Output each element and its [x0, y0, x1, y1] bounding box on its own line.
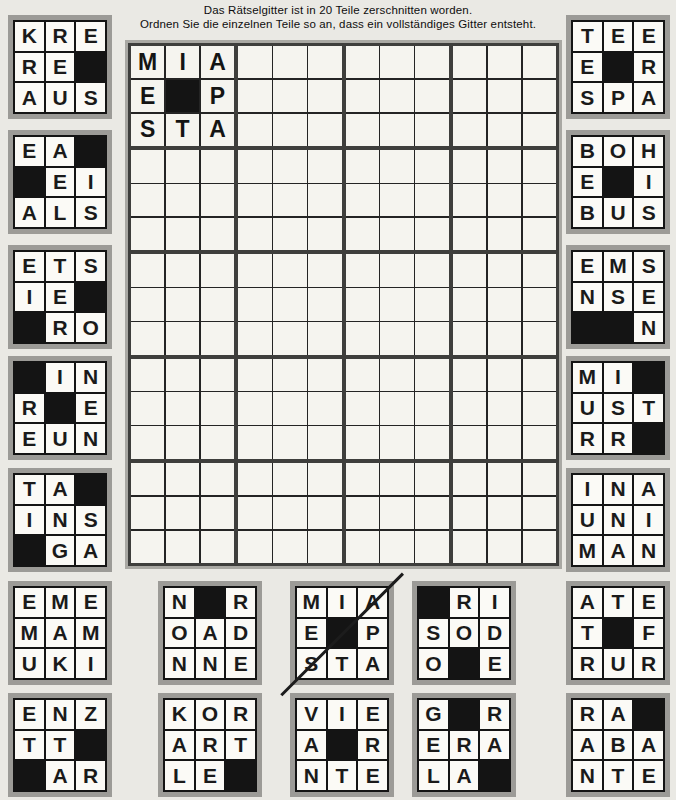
- grid-cell: [488, 497, 521, 529]
- grid-cell: [166, 150, 199, 182]
- black-cell: [226, 761, 255, 790]
- letter-cell: A: [46, 761, 75, 790]
- black-cell: [604, 313, 633, 342]
- letter-cell: A: [634, 731, 663, 760]
- grid-cell: A: [201, 46, 234, 78]
- grid-cell: [201, 184, 234, 216]
- grid-slot-r4c1[interactable]: [130, 358, 235, 460]
- grid-slot-r2c1[interactable]: [130, 149, 235, 251]
- black-cell: [328, 619, 357, 648]
- letter-cell: N: [297, 761, 326, 790]
- grid-cell: [308, 254, 341, 286]
- grid-cell: T: [166, 114, 199, 146]
- piece-grid: MIAEPSTA: [295, 586, 389, 680]
- letter-cell: M: [297, 588, 326, 617]
- letter-cell: E: [358, 761, 387, 790]
- letter-cell: O: [419, 649, 448, 678]
- piece-bottom1-2[interactable]: NROADNNE: [158, 581, 262, 685]
- grid-slot-r4c2[interactable]: [237, 358, 342, 460]
- letter-cell: U: [604, 649, 633, 678]
- grid-cell: [380, 531, 413, 563]
- letter-cell: E: [15, 588, 44, 617]
- grid-cell: [238, 497, 271, 529]
- grid-cell: [346, 114, 379, 146]
- letter-cell: A: [634, 475, 663, 504]
- grid-cell: [453, 184, 486, 216]
- grid-cell: [308, 114, 341, 146]
- grid-cell: [488, 80, 521, 112]
- letter-cell: O: [450, 619, 479, 648]
- grid-slot-r2c2[interactable]: [237, 149, 342, 251]
- grid-cell: [453, 392, 486, 424]
- grid-cell: [453, 218, 486, 250]
- letter-cell: I: [15, 506, 44, 535]
- grid-cell: [488, 184, 521, 216]
- letter-cell: M: [573, 536, 602, 565]
- letter-cell: S: [419, 619, 448, 648]
- grid-cell: [238, 463, 271, 495]
- letter-cell: E: [15, 137, 44, 166]
- piece-grid: GRERALA: [417, 698, 511, 792]
- piece-grid: TAINSGA: [13, 473, 107, 567]
- grid-cell: [346, 254, 379, 286]
- letter-cell: S: [76, 506, 105, 535]
- letter-cell: E: [46, 53, 75, 82]
- grid-cell: [523, 497, 556, 529]
- grid-cell: [201, 150, 234, 182]
- grid-cell: [131, 463, 164, 495]
- grid-cell: [380, 497, 413, 529]
- letter-cell: D: [480, 619, 509, 648]
- letter-cell: S: [297, 649, 326, 678]
- letter-cell: A: [358, 649, 387, 678]
- black-cell: [573, 313, 602, 342]
- grid-cell: I: [166, 46, 199, 78]
- grid-cell: [166, 218, 199, 250]
- grid-cell: [308, 150, 341, 182]
- letter-cell: M: [76, 619, 105, 648]
- letter-cell: E: [634, 22, 663, 51]
- letter-cell: S: [76, 252, 105, 281]
- grid-cell: [238, 218, 271, 250]
- piece-left-4[interactable]: INREEUN: [8, 356, 112, 460]
- grid-cell: [453, 46, 486, 78]
- letter-cell: N: [165, 588, 194, 617]
- black-cell: [634, 363, 663, 392]
- grid-cell: [273, 426, 306, 458]
- piece-bottom1-4[interactable]: RISODOE: [412, 581, 516, 685]
- letter-cell: S: [76, 198, 105, 227]
- grid-cell: [453, 426, 486, 458]
- letter-cell: A: [297, 731, 326, 760]
- grid-cell: [238, 426, 271, 458]
- grid-cell: [238, 80, 271, 112]
- grid-cell: [308, 531, 341, 563]
- grid-cell: [131, 322, 164, 354]
- letter-cell: R: [76, 761, 105, 790]
- piece-grid: EMEMAMUKI: [13, 586, 107, 680]
- grid-cell: [415, 46, 448, 78]
- letter-cell: E: [226, 649, 255, 678]
- piece-bottom1-1[interactable]: EMEMAMUKI: [8, 581, 112, 685]
- letter-cell: I: [328, 588, 357, 617]
- piece-right-5[interactable]: INAUNIMAN: [566, 468, 670, 572]
- grid-cell: E: [131, 80, 164, 112]
- grid-cell: [488, 150, 521, 182]
- black-cell: [76, 53, 105, 82]
- grid-cell: [273, 218, 306, 250]
- grid-slot-r1c3[interactable]: [345, 45, 450, 147]
- letter-cell: E: [419, 731, 448, 760]
- letter-cell: T: [15, 731, 44, 760]
- grid-cell: [201, 463, 234, 495]
- piece-left-5[interactable]: TAINSGA: [8, 468, 112, 572]
- letter-cell: T: [226, 731, 255, 760]
- grid-cell: [523, 463, 556, 495]
- letter-cell: L: [165, 761, 194, 790]
- letter-cell: B: [573, 198, 602, 227]
- grid-cell: [273, 463, 306, 495]
- letter-cell: S: [634, 198, 663, 227]
- letter-cell: O: [604, 137, 633, 166]
- piece-right-1[interactable]: TEEERSPA: [566, 15, 670, 119]
- grid-cell: [488, 463, 521, 495]
- grid-slot-r3c4[interactable]: [452, 253, 557, 355]
- grid-cell: [166, 80, 199, 112]
- letter-cell: R: [573, 424, 602, 453]
- grid-cell: [380, 218, 413, 250]
- grid-cell: [166, 463, 199, 495]
- grid-cell: [273, 184, 306, 216]
- letter-cell: K: [165, 700, 194, 729]
- letter-cell: U: [573, 394, 602, 423]
- letter-cell: E: [573, 53, 602, 82]
- piece-bottom1-3-crossed-out[interactable]: MIAEPSTA: [290, 581, 394, 685]
- grid-cell: [166, 254, 199, 286]
- piece-right-3[interactable]: EMSNSEN: [566, 245, 670, 349]
- piece-grid: EAEIALS: [13, 135, 107, 229]
- letter-cell: T: [604, 588, 633, 617]
- grid-cell: [415, 80, 448, 112]
- grid-slot-r2c4[interactable]: [452, 149, 557, 251]
- grid-cell: [415, 184, 448, 216]
- letter-cell: A: [46, 137, 75, 166]
- black-cell: [196, 588, 225, 617]
- letter-cell: E: [634, 761, 663, 790]
- letter-cell: N: [165, 649, 194, 678]
- grid-cell: [415, 531, 448, 563]
- letter-cell: A: [604, 700, 633, 729]
- grid-cell: [415, 426, 448, 458]
- letter-cell: R: [634, 53, 663, 82]
- grid-cell: [453, 497, 486, 529]
- letter-cell: R: [450, 731, 479, 760]
- black-cell: [76, 731, 105, 760]
- piece-right-2[interactable]: BOHEIBUS: [566, 130, 670, 234]
- black-cell: [480, 761, 509, 790]
- grid-cell: [346, 46, 379, 78]
- letter-cell: N: [604, 506, 633, 535]
- piece-grid: INAUNIMAN: [571, 473, 665, 567]
- grid-cell: [131, 254, 164, 286]
- letter-cell: R: [573, 700, 602, 729]
- piece-grid: MIUSTRR: [571, 361, 665, 455]
- black-cell: [634, 424, 663, 453]
- grid-cell: [201, 359, 234, 391]
- grid-cell: [201, 392, 234, 424]
- grid-cell: [131, 184, 164, 216]
- letter-cell: U: [573, 506, 602, 535]
- grid-cell: [415, 359, 448, 391]
- piece-left-1[interactable]: KREREAUS: [8, 15, 112, 119]
- grid-cell: [523, 184, 556, 216]
- grid-slot-r3c1[interactable]: [130, 253, 235, 355]
- main-grid: MIAEPSTA: [128, 43, 559, 566]
- letter-cell: A: [573, 588, 602, 617]
- letter-cell: P: [604, 83, 633, 112]
- letter-cell: U: [15, 649, 44, 678]
- grid-cell: [166, 288, 199, 320]
- grid-cell: [308, 218, 341, 250]
- grid-cell: [346, 392, 379, 424]
- grid-cell: [273, 392, 306, 424]
- grid-cell: [453, 322, 486, 354]
- letter-cell: T: [328, 649, 357, 678]
- grid-cell: [523, 254, 556, 286]
- letter-cell: I: [573, 475, 602, 504]
- grid-cell: [166, 531, 199, 563]
- piece-grid: KREREAUS: [13, 20, 107, 114]
- letter-cell: O: [196, 700, 225, 729]
- black-cell: [328, 731, 357, 760]
- grid-slot-r3c3[interactable]: [345, 253, 450, 355]
- grid-slot-r5c4[interactable]: [452, 462, 557, 564]
- letter-cell: N: [76, 424, 105, 453]
- grid-cell: [346, 359, 379, 391]
- letter-cell: A: [15, 83, 44, 112]
- grid-cell: [308, 288, 341, 320]
- piece-bottom1-5[interactable]: ATETFRUR: [566, 581, 670, 685]
- letter-cell: A: [634, 83, 663, 112]
- letter-cell: E: [358, 700, 387, 729]
- grid-cell: [131, 497, 164, 529]
- grid-cell: [308, 184, 341, 216]
- letter-cell: I: [328, 700, 357, 729]
- piece-grid: NROADNNE: [163, 586, 257, 680]
- piece-bottom2-3[interactable]: VIEARNTE: [290, 693, 394, 797]
- letter-cell: T: [15, 475, 44, 504]
- grid-slot-r1c1[interactable]: MIAEPSTA: [130, 45, 235, 147]
- grid-cell: [238, 184, 271, 216]
- grid-cell: [523, 531, 556, 563]
- letter-cell: N: [634, 536, 663, 565]
- letter-cell: E: [15, 700, 44, 729]
- grid-cell: [380, 184, 413, 216]
- grid-slot-r5c1[interactable]: [130, 462, 235, 564]
- black-cell: [450, 700, 479, 729]
- grid-slot-r5c3[interactable]: [345, 462, 450, 564]
- grid-slot-r4c3[interactable]: [345, 358, 450, 460]
- black-cell: [46, 394, 75, 423]
- piece-right-4[interactable]: MIUSTRR: [566, 356, 670, 460]
- letter-cell: B: [604, 731, 633, 760]
- letter-cell: S: [604, 283, 633, 312]
- grid-cell: [238, 359, 271, 391]
- piece-left-2[interactable]: EAEIALS: [8, 130, 112, 234]
- letter-cell: K: [46, 649, 75, 678]
- grid-cell: [488, 359, 521, 391]
- letter-cell: A: [46, 475, 75, 504]
- grid-cell: M: [131, 46, 164, 78]
- grid-cell: [380, 254, 413, 286]
- grid-cell: [523, 114, 556, 146]
- grid-cell: [346, 426, 379, 458]
- letter-cell: T: [573, 619, 602, 648]
- letter-cell: N: [76, 363, 105, 392]
- letter-cell: S: [573, 83, 602, 112]
- grid-cell: [346, 218, 379, 250]
- grid-cell: [380, 80, 413, 112]
- grid-cell: [523, 80, 556, 112]
- piece-grid: ETSIERO: [13, 250, 107, 344]
- grid-cell: [273, 497, 306, 529]
- letter-cell: K: [15, 22, 44, 51]
- black-cell: [15, 536, 44, 565]
- grid-cell: [346, 150, 379, 182]
- letter-cell: O: [76, 313, 105, 342]
- grid-cell: [166, 392, 199, 424]
- grid-cell: [238, 531, 271, 563]
- letter-cell: E: [196, 761, 225, 790]
- letter-cell: R: [634, 649, 663, 678]
- grid-cell: [380, 463, 413, 495]
- black-cell: [604, 619, 633, 648]
- letter-cell: A: [196, 619, 225, 648]
- letter-cell: R: [358, 731, 387, 760]
- grid-cell: [453, 114, 486, 146]
- grid-cell: [346, 463, 379, 495]
- grid-cell: [308, 426, 341, 458]
- letter-cell: I: [480, 588, 509, 617]
- grid-cell: [380, 46, 413, 78]
- grid-slot-r5c2[interactable]: [237, 462, 342, 564]
- piece-left-3[interactable]: ETSIERO: [8, 245, 112, 349]
- grid-cell: [273, 531, 306, 563]
- grid-cell: [308, 463, 341, 495]
- grid-cell: [523, 392, 556, 424]
- grid-cell: [415, 288, 448, 320]
- grid-cell: [166, 359, 199, 391]
- grid-cell: [166, 184, 199, 216]
- piece-grid: KORARTLE: [163, 698, 257, 792]
- grid-cell: [273, 80, 306, 112]
- letter-cell: N: [46, 506, 75, 535]
- grid-cell: [166, 322, 199, 354]
- letter-cell: R: [196, 731, 225, 760]
- letter-cell: I: [604, 363, 633, 392]
- grid-cell: [308, 392, 341, 424]
- letter-cell: E: [15, 252, 44, 281]
- piece-bottom2-1[interactable]: ENZTTAR: [8, 693, 112, 797]
- grid-cell: [201, 497, 234, 529]
- grid-cell: [308, 322, 341, 354]
- grid-cell: [131, 150, 164, 182]
- letter-cell: N: [46, 700, 75, 729]
- grid-cell: [308, 497, 341, 529]
- grid-cell: [131, 531, 164, 563]
- black-cell: [634, 700, 663, 729]
- letter-cell: G: [419, 700, 448, 729]
- grid-cell: [380, 150, 413, 182]
- grid-cell: [131, 392, 164, 424]
- letter-cell: T: [46, 731, 75, 760]
- letter-cell: M: [15, 619, 44, 648]
- letter-cell: U: [604, 198, 633, 227]
- piece-grid: VIEARNTE: [295, 698, 389, 792]
- letter-cell: A: [165, 731, 194, 760]
- grid-cell: [523, 46, 556, 78]
- grid-cell: [131, 359, 164, 391]
- grid-slot-r3c2[interactable]: [237, 253, 342, 355]
- black-cell: [15, 313, 44, 342]
- letter-cell: R: [15, 394, 44, 423]
- letter-cell: N: [573, 761, 602, 790]
- letter-cell: M: [604, 252, 633, 281]
- letter-cell: A: [450, 761, 479, 790]
- letter-cell: A: [604, 536, 633, 565]
- letter-cell: I: [46, 363, 75, 392]
- grid-cell: [415, 463, 448, 495]
- grid-slot-r2c3[interactable]: [345, 149, 450, 251]
- piece-bottom2-5[interactable]: RAABANTE: [566, 693, 670, 797]
- grid-cell: [488, 46, 521, 78]
- black-cell: [76, 137, 105, 166]
- letter-cell: E: [634, 588, 663, 617]
- grid-cell: [380, 359, 413, 391]
- grid-slot-r1c2[interactable]: [237, 45, 342, 147]
- letter-cell: A: [46, 619, 75, 648]
- piece-grid: INREEUN: [13, 361, 107, 455]
- grid-cell: [488, 531, 521, 563]
- letter-cell: U: [46, 424, 75, 453]
- letter-cell: T: [46, 252, 75, 281]
- letter-cell: R: [46, 22, 75, 51]
- grid-slot-r1c4[interactable]: [452, 45, 557, 147]
- letter-cell: T: [328, 761, 357, 790]
- letter-cell: N: [196, 649, 225, 678]
- grid-cell: [415, 218, 448, 250]
- grid-cell: [238, 114, 271, 146]
- black-cell: [76, 475, 105, 504]
- grid-cell: [523, 218, 556, 250]
- letter-cell: I: [634, 506, 663, 535]
- grid-cell: [488, 114, 521, 146]
- grid-cell: [273, 254, 306, 286]
- piece-grid: TEEERSPA: [571, 20, 665, 114]
- piece-bottom2-4[interactable]: GRERALA: [412, 693, 516, 797]
- grid-slot-r4c4[interactable]: [452, 358, 557, 460]
- letter-cell: R: [226, 700, 255, 729]
- letter-cell: E: [480, 649, 509, 678]
- piece-bottom2-2[interactable]: KORARTLE: [158, 693, 262, 797]
- letter-cell: P: [358, 619, 387, 648]
- letter-cell: R: [15, 53, 44, 82]
- grid-cell: [273, 150, 306, 182]
- black-cell: [15, 761, 44, 790]
- grid-cell: [453, 80, 486, 112]
- grid-cell: [308, 359, 341, 391]
- grid-cell: [238, 254, 271, 286]
